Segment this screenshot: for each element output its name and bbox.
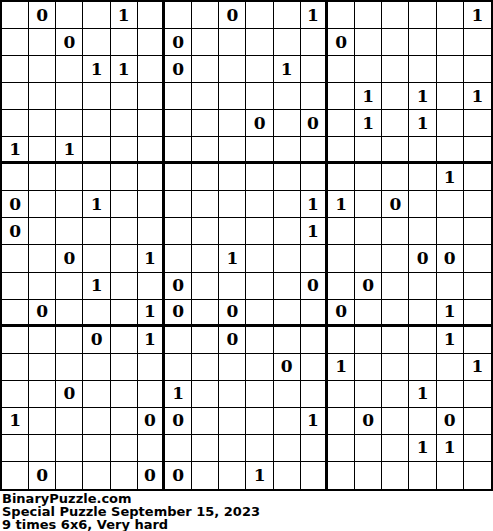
cell-r1c7[interactable]	[165, 2, 192, 29]
cell-r16c16[interactable]	[409, 408, 436, 435]
cell-r1c10[interactable]	[246, 2, 273, 29]
cell-r5c7[interactable]	[165, 110, 192, 137]
cell-r10c7[interactable]	[165, 245, 192, 272]
cell-r18c16[interactable]	[409, 462, 436, 489]
cell-r4c12[interactable]	[301, 83, 328, 110]
cell-r10c1[interactable]	[2, 245, 29, 272]
cell-r5c2[interactable]	[29, 110, 56, 137]
cell-r6c13[interactable]	[328, 137, 355, 164]
cell-r9c8[interactable]	[192, 218, 219, 245]
cell-r11c8[interactable]	[192, 273, 219, 300]
cell-r7c1[interactable]	[2, 164, 29, 191]
cell-r4c3[interactable]	[56, 83, 83, 110]
cell-r16c11[interactable]	[274, 408, 301, 435]
cell-r2c3: 0	[56, 29, 83, 56]
cell-r11c3[interactable]	[56, 273, 83, 300]
cell-r3c8[interactable]	[192, 56, 219, 83]
cell-r5c11[interactable]	[274, 110, 301, 137]
cell-r14c4[interactable]	[83, 354, 110, 381]
cell-r17c5[interactable]	[111, 435, 138, 462]
cell-r16c6: 0	[138, 408, 165, 435]
cell-r4c8[interactable]	[192, 83, 219, 110]
cell-r3c6[interactable]	[138, 56, 165, 83]
cell-r8c14[interactable]	[355, 191, 382, 218]
cell-r9c9[interactable]	[219, 218, 246, 245]
cell-r15c8[interactable]	[192, 381, 219, 408]
cell-r18c9[interactable]	[219, 462, 246, 489]
cell-r7c3[interactable]	[56, 164, 83, 191]
puzzle-difficulty: 9 times 6x6, Very hard	[2, 518, 493, 531]
cell-r5c1[interactable]	[2, 110, 29, 137]
cell-r8c2[interactable]	[29, 191, 56, 218]
cell-r7c5[interactable]	[111, 164, 138, 191]
cell-r15c5[interactable]	[111, 381, 138, 408]
cell-r10c16: 0	[409, 245, 436, 272]
cell-r11c6[interactable]	[138, 273, 165, 300]
cell-r16c15[interactable]	[382, 408, 409, 435]
cell-r1c15[interactable]	[382, 2, 409, 29]
cell-r15c17[interactable]	[437, 381, 464, 408]
cell-r15c9[interactable]	[219, 381, 246, 408]
cell-r8c10[interactable]	[246, 191, 273, 218]
cell-r14c14[interactable]	[355, 354, 382, 381]
cell-r6c6[interactable]	[138, 137, 165, 164]
cell-r15c4[interactable]	[83, 381, 110, 408]
cell-r3c1[interactable]	[2, 56, 29, 83]
cell-r14c1[interactable]	[2, 354, 29, 381]
cell-r1c5: 1	[111, 2, 138, 29]
cell-r17c10[interactable]	[246, 435, 273, 462]
cell-r9c18[interactable]	[464, 218, 491, 245]
cell-r3c10[interactable]	[246, 56, 273, 83]
cell-r7c11[interactable]	[274, 164, 301, 191]
cell-r7c15[interactable]	[382, 164, 409, 191]
cell-r18c8[interactable]	[192, 462, 219, 489]
cell-r17c11[interactable]	[274, 435, 301, 462]
cell-r9c14[interactable]	[355, 218, 382, 245]
cell-r4c7[interactable]	[165, 83, 192, 110]
cell-r12c6: 1	[138, 300, 165, 327]
cell-r18c17[interactable]	[437, 462, 464, 489]
cell-r2c9[interactable]	[219, 29, 246, 56]
cell-r12c15[interactable]	[382, 300, 409, 327]
cell-r15c2[interactable]	[29, 381, 56, 408]
cell-r18c18[interactable]	[464, 462, 491, 489]
cell-r2c5[interactable]	[111, 29, 138, 56]
cell-r9c10[interactable]	[246, 218, 273, 245]
cell-r17c7[interactable]	[165, 435, 192, 462]
cell-r10c15[interactable]	[382, 245, 409, 272]
cell-r12c12[interactable]	[301, 300, 328, 327]
cell-r15c15[interactable]	[382, 381, 409, 408]
cell-r5c13[interactable]	[328, 110, 355, 137]
cell-r9c11[interactable]	[274, 218, 301, 245]
binary-puzzle-board: 0101100011011110011111011100101100100001…	[0, 0, 493, 491]
cell-r3c16[interactable]	[409, 56, 436, 83]
cell-r15c16: 1	[409, 381, 436, 408]
cell-r18c5[interactable]	[111, 462, 138, 489]
cell-r2c13: 0	[328, 29, 355, 56]
cell-r4c10[interactable]	[246, 83, 273, 110]
cell-r10c6: 1	[138, 245, 165, 272]
cell-r1c16[interactable]	[409, 2, 436, 29]
cell-r15c6[interactable]	[138, 381, 165, 408]
cell-r16c13[interactable]	[328, 408, 355, 435]
cell-r3c14[interactable]	[355, 56, 382, 83]
cell-r17c8[interactable]	[192, 435, 219, 462]
cell-r6c9[interactable]	[219, 137, 246, 164]
cell-r13c14[interactable]	[355, 327, 382, 354]
cell-r3c2[interactable]	[29, 56, 56, 83]
cell-r11c18[interactable]	[464, 273, 491, 300]
cell-r3c5: 1	[111, 56, 138, 83]
cell-r9c2[interactable]	[29, 218, 56, 245]
cell-r13c4: 0	[83, 327, 110, 354]
cell-r12c9: 0	[219, 300, 246, 327]
cell-r1c18: 1	[464, 2, 491, 29]
cell-r8c11[interactable]	[274, 191, 301, 218]
cell-r9c12: 1	[301, 218, 328, 245]
cell-r7c18[interactable]	[464, 164, 491, 191]
cell-r13c8[interactable]	[192, 327, 219, 354]
cell-r1c1[interactable]	[2, 2, 29, 29]
cell-r14c2[interactable]	[29, 354, 56, 381]
cell-r18c14[interactable]	[355, 462, 382, 489]
cell-r8c7[interactable]	[165, 191, 192, 218]
cell-r2c17[interactable]	[437, 29, 464, 56]
cell-r4c5[interactable]	[111, 83, 138, 110]
cell-r9c4[interactable]	[83, 218, 110, 245]
cell-r17c4[interactable]	[83, 435, 110, 462]
cell-r9c3[interactable]	[56, 218, 83, 245]
cell-r14c6[interactable]	[138, 354, 165, 381]
cell-r10c14[interactable]	[355, 245, 382, 272]
cell-r9c13[interactable]	[328, 218, 355, 245]
cell-r6c15[interactable]	[382, 137, 409, 164]
cell-r1c17[interactable]	[437, 2, 464, 29]
cell-r13c9: 0	[219, 327, 246, 354]
cell-r13c6: 1	[138, 327, 165, 354]
cell-r10c13[interactable]	[328, 245, 355, 272]
cell-r17c14[interactable]	[355, 435, 382, 462]
cell-r16c8[interactable]	[192, 408, 219, 435]
cell-r7c14[interactable]	[355, 164, 382, 191]
cell-r14c12[interactable]	[301, 354, 328, 381]
cell-r8c9[interactable]	[219, 191, 246, 218]
cell-r5c18[interactable]	[464, 110, 491, 137]
cell-r9c16[interactable]	[409, 218, 436, 245]
cell-r3c13[interactable]	[328, 56, 355, 83]
cell-r13c7[interactable]	[165, 327, 192, 354]
cell-r2c16[interactable]	[409, 29, 436, 56]
cell-r7c10[interactable]	[246, 164, 273, 191]
cell-r9c1: 0	[2, 218, 29, 245]
cell-r13c5[interactable]	[111, 327, 138, 354]
cell-r13c12[interactable]	[301, 327, 328, 354]
cell-r12c10[interactable]	[246, 300, 273, 327]
cell-r5c14: 1	[355, 110, 382, 137]
cell-r12c17: 1	[437, 300, 464, 327]
cell-r3c15[interactable]	[382, 56, 409, 83]
cell-r7c7[interactable]	[165, 164, 192, 191]
cell-r1c6[interactable]	[138, 2, 165, 29]
cell-r12c11[interactable]	[274, 300, 301, 327]
cell-r7c12[interactable]	[301, 164, 328, 191]
cell-r18c1[interactable]	[2, 462, 29, 489]
cell-r1c9: 0	[219, 2, 246, 29]
cell-r11c2[interactable]	[29, 273, 56, 300]
cell-r2c2[interactable]	[29, 29, 56, 56]
cell-r13c1[interactable]	[2, 327, 29, 354]
cell-r17c6[interactable]	[138, 435, 165, 462]
cell-r14c17[interactable]	[437, 354, 464, 381]
cell-r3c18[interactable]	[464, 56, 491, 83]
cell-r3c9[interactable]	[219, 56, 246, 83]
cell-r6c5[interactable]	[111, 137, 138, 164]
cell-r12c14[interactable]	[355, 300, 382, 327]
cell-r5c3[interactable]	[56, 110, 83, 137]
cell-r6c2[interactable]	[29, 137, 56, 164]
cell-r10c2[interactable]	[29, 245, 56, 272]
cell-r9c17[interactable]	[437, 218, 464, 245]
cell-r14c3[interactable]	[56, 354, 83, 381]
cell-r4c15[interactable]	[382, 83, 409, 110]
cell-r4c6[interactable]	[138, 83, 165, 110]
cell-r15c14[interactable]	[355, 381, 382, 408]
cell-r18c11[interactable]	[274, 462, 301, 489]
cell-r7c9[interactable]	[219, 164, 246, 191]
cell-r3c4: 1	[83, 56, 110, 83]
cell-r17c18[interactable]	[464, 435, 491, 462]
cell-r5c5[interactable]	[111, 110, 138, 137]
cell-r11c13[interactable]	[328, 273, 355, 300]
cell-r7c8[interactable]	[192, 164, 219, 191]
cell-r11c15[interactable]	[382, 273, 409, 300]
cell-r13c16[interactable]	[409, 327, 436, 354]
cell-r6c1: 1	[2, 137, 29, 164]
cell-r1c14[interactable]	[355, 2, 382, 29]
cell-r18c15[interactable]	[382, 462, 409, 489]
cell-r7c16[interactable]	[409, 164, 436, 191]
cell-r16c7: 0	[165, 408, 192, 435]
cell-r4c11[interactable]	[274, 83, 301, 110]
cell-r16c18[interactable]	[464, 408, 491, 435]
cell-r8c17[interactable]	[437, 191, 464, 218]
cell-r1c11[interactable]	[274, 2, 301, 29]
cell-r9c15[interactable]	[382, 218, 409, 245]
cell-r14c9[interactable]	[219, 354, 246, 381]
cell-r11c9[interactable]	[219, 273, 246, 300]
cell-r8c16[interactable]	[409, 191, 436, 218]
cell-r2c10[interactable]	[246, 29, 273, 56]
footer: BinaryPuzzle.com Special Puzzle Septembe…	[0, 491, 493, 531]
cell-r5c17[interactable]	[437, 110, 464, 137]
cell-r10c10[interactable]	[246, 245, 273, 272]
cell-r14c5[interactable]	[111, 354, 138, 381]
cell-r3c17[interactable]	[437, 56, 464, 83]
cell-r6c18[interactable]	[464, 137, 491, 164]
cell-r14c15[interactable]	[382, 354, 409, 381]
cell-r11c16[interactable]	[409, 273, 436, 300]
cell-r6c10[interactable]	[246, 137, 273, 164]
cell-r2c14[interactable]	[355, 29, 382, 56]
cell-r18c12[interactable]	[301, 462, 328, 489]
cell-r8c15: 0	[382, 191, 409, 218]
cell-r13c2[interactable]	[29, 327, 56, 354]
cell-r2c12[interactable]	[301, 29, 328, 56]
cell-r10c8[interactable]	[192, 245, 219, 272]
cell-r11c17[interactable]	[437, 273, 464, 300]
cell-r10c11[interactable]	[274, 245, 301, 272]
cell-r13c13[interactable]	[328, 327, 355, 354]
cell-r16c3[interactable]	[56, 408, 83, 435]
cell-r7c2[interactable]	[29, 164, 56, 191]
cell-r6c16[interactable]	[409, 137, 436, 164]
cell-r17c2[interactable]	[29, 435, 56, 462]
cell-r9c5[interactable]	[111, 218, 138, 245]
cell-r1c4[interactable]	[83, 2, 110, 29]
cell-r4c13[interactable]	[328, 83, 355, 110]
cell-r3c7: 0	[165, 56, 192, 83]
cell-r17c3[interactable]	[56, 435, 83, 462]
cell-r16c4[interactable]	[83, 408, 110, 435]
cell-r8c5[interactable]	[111, 191, 138, 218]
cell-r12c5[interactable]	[111, 300, 138, 327]
cell-r10c5[interactable]	[111, 245, 138, 272]
cell-r8c6[interactable]	[138, 191, 165, 218]
cell-r5c16: 1	[409, 110, 436, 137]
cell-r2c11[interactable]	[274, 29, 301, 56]
cell-r2c18[interactable]	[464, 29, 491, 56]
cell-r3c12[interactable]	[301, 56, 328, 83]
cell-r17c13[interactable]	[328, 435, 355, 462]
cell-r6c12[interactable]	[301, 137, 328, 164]
cell-r16c10[interactable]	[246, 408, 273, 435]
cell-r14c13: 1	[328, 354, 355, 381]
cell-r4c17[interactable]	[437, 83, 464, 110]
cell-r9c6[interactable]	[138, 218, 165, 245]
cell-r12c3[interactable]	[56, 300, 83, 327]
cell-r2c6[interactable]	[138, 29, 165, 56]
cell-r4c9[interactable]	[219, 83, 246, 110]
cell-r16c5[interactable]	[111, 408, 138, 435]
cell-r13c11[interactable]	[274, 327, 301, 354]
cell-r17c1[interactable]	[2, 435, 29, 462]
cell-r6c4[interactable]	[83, 137, 110, 164]
cell-r4c2[interactable]	[29, 83, 56, 110]
cell-r18c13[interactable]	[328, 462, 355, 489]
cell-r7c13[interactable]	[328, 164, 355, 191]
cell-r1c13[interactable]	[328, 2, 355, 29]
cell-r15c12[interactable]	[301, 381, 328, 408]
cell-r8c18[interactable]	[464, 191, 491, 218]
cell-r7c4[interactable]	[83, 164, 110, 191]
cell-r1c3[interactable]	[56, 2, 83, 29]
cell-r15c11[interactable]	[274, 381, 301, 408]
cell-r18c4[interactable]	[83, 462, 110, 489]
cell-r14c8[interactable]	[192, 354, 219, 381]
cell-r15c13[interactable]	[328, 381, 355, 408]
cell-r5c8[interactable]	[192, 110, 219, 137]
cell-r10c3: 0	[56, 245, 83, 272]
cell-r16c2[interactable]	[29, 408, 56, 435]
cell-r13c10[interactable]	[246, 327, 273, 354]
cell-r18c10: 1	[246, 462, 273, 489]
cell-r12c16[interactable]	[409, 300, 436, 327]
cell-r16c9[interactable]	[219, 408, 246, 435]
cell-r14c16[interactable]	[409, 354, 436, 381]
cell-r12c2: 0	[29, 300, 56, 327]
cell-r2c15[interactable]	[382, 29, 409, 56]
cell-r2c8[interactable]	[192, 29, 219, 56]
cell-r1c2: 0	[29, 2, 56, 29]
cell-r2c7: 0	[165, 29, 192, 56]
cell-r10c12[interactable]	[301, 245, 328, 272]
cell-r4c16: 1	[409, 83, 436, 110]
cell-r6c14[interactable]	[355, 137, 382, 164]
cell-r5c9[interactable]	[219, 110, 246, 137]
cell-r14c18: 1	[464, 354, 491, 381]
cell-r10c18[interactable]	[464, 245, 491, 272]
cell-r6c7[interactable]	[165, 137, 192, 164]
cell-r3c3[interactable]	[56, 56, 83, 83]
cell-r12c1[interactable]	[2, 300, 29, 327]
cell-r13c15[interactable]	[382, 327, 409, 354]
cell-r5c6[interactable]	[138, 110, 165, 137]
cell-r11c11[interactable]	[274, 273, 301, 300]
cell-r15c1[interactable]	[2, 381, 29, 408]
cell-r17c12[interactable]	[301, 435, 328, 462]
cell-r14c11: 0	[274, 354, 301, 381]
cell-r2c4[interactable]	[83, 29, 110, 56]
cell-r13c18[interactable]	[464, 327, 491, 354]
cell-r14c10[interactable]	[246, 354, 273, 381]
cell-r17c9[interactable]	[219, 435, 246, 462]
cell-r13c3[interactable]	[56, 327, 83, 354]
cell-r5c15[interactable]	[382, 110, 409, 137]
cell-r11c1[interactable]	[2, 273, 29, 300]
cell-r12c18[interactable]	[464, 300, 491, 327]
cell-r10c4[interactable]	[83, 245, 110, 272]
cell-r9c7[interactable]	[165, 218, 192, 245]
cell-r1c8[interactable]	[192, 2, 219, 29]
cell-r2c1[interactable]	[2, 29, 29, 56]
cell-r8c13: 1	[328, 191, 355, 218]
cell-r12c4[interactable]	[83, 300, 110, 327]
cell-r4c1[interactable]	[2, 83, 29, 110]
cell-r14c7[interactable]	[165, 354, 192, 381]
cell-r4c4[interactable]	[83, 83, 110, 110]
cell-r4c14: 1	[355, 83, 382, 110]
cell-r18c2: 0	[29, 462, 56, 489]
cell-r5c4[interactable]	[83, 110, 110, 137]
cell-r18c3[interactable]	[56, 462, 83, 489]
cell-r12c8[interactable]	[192, 300, 219, 327]
cell-r17c15[interactable]	[382, 435, 409, 462]
cell-r15c10[interactable]	[246, 381, 273, 408]
cell-r15c18[interactable]	[464, 381, 491, 408]
cell-r11c5[interactable]	[111, 273, 138, 300]
cell-r6c8[interactable]	[192, 137, 219, 164]
cell-r6c11[interactable]	[274, 137, 301, 164]
cell-r1c12: 1	[301, 2, 328, 29]
cell-r7c6[interactable]	[138, 164, 165, 191]
cell-r6c17[interactable]	[437, 137, 464, 164]
cell-r11c10[interactable]	[246, 273, 273, 300]
cell-r8c12: 1	[301, 191, 328, 218]
cell-r8c3[interactable]	[56, 191, 83, 218]
cell-r8c8[interactable]	[192, 191, 219, 218]
